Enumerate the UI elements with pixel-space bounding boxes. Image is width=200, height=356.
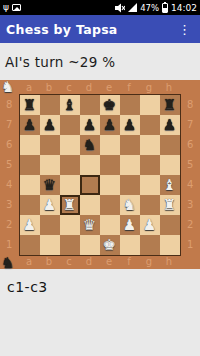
square-d7[interactable]: ♟ bbox=[80, 115, 100, 135]
square-g7[interactable] bbox=[140, 115, 160, 135]
black-pawn: ♟ bbox=[163, 118, 176, 133]
square-e6[interactable] bbox=[100, 135, 120, 155]
board: ♜♝♚♜♟♟♟♟♟♟♞♛♝♟♜♞♜♟♛♟♟♚ bbox=[19, 94, 181, 256]
square-d4[interactable] bbox=[80, 175, 100, 195]
turn-status: AI's turn ~29 % bbox=[0, 43, 200, 80]
file-label-b: b bbox=[39, 82, 59, 94]
overflow-menu-icon[interactable]: ⋮ bbox=[175, 23, 194, 36]
square-f1[interactable] bbox=[120, 235, 140, 255]
square-f7[interactable]: ♟ bbox=[120, 115, 140, 135]
square-h8[interactable]: ♜ bbox=[160, 95, 180, 115]
mute-icon bbox=[115, 3, 125, 13]
square-a4[interactable] bbox=[20, 175, 40, 195]
black-bishop: ♝ bbox=[63, 98, 76, 113]
square-e3[interactable] bbox=[100, 195, 120, 215]
square-c2[interactable] bbox=[60, 215, 80, 235]
square-c5[interactable] bbox=[60, 155, 80, 175]
rank-label-3: 3 bbox=[0, 194, 19, 214]
square-d5[interactable] bbox=[80, 155, 100, 175]
square-h7[interactable]: ♟ bbox=[160, 115, 180, 135]
square-g6[interactable] bbox=[140, 135, 160, 155]
rank-label-1: 1 bbox=[181, 234, 200, 254]
square-b6[interactable] bbox=[40, 135, 60, 155]
file-label-e: e bbox=[99, 256, 119, 268]
rank-label-1: 1 bbox=[0, 234, 19, 254]
file-label-h: h bbox=[159, 82, 179, 94]
black-pawn: ♟ bbox=[83, 118, 96, 133]
square-e8[interactable]: ♚ bbox=[100, 95, 120, 115]
square-d3[interactable] bbox=[80, 195, 100, 215]
rank-label-8: 8 bbox=[181, 94, 200, 114]
file-label-d: d bbox=[79, 82, 99, 94]
square-c3[interactable]: ♜ bbox=[60, 195, 80, 215]
signal-icon bbox=[128, 3, 137, 12]
square-h1[interactable] bbox=[160, 235, 180, 255]
battery-icon bbox=[162, 3, 168, 13]
square-f5[interactable] bbox=[120, 155, 140, 175]
square-c4[interactable] bbox=[60, 175, 80, 195]
captured-black-knight-icon: ♞ bbox=[1, 256, 14, 271]
white-queen: ♛ bbox=[83, 218, 96, 233]
rank-label-5: 5 bbox=[181, 154, 200, 174]
square-e7[interactable]: ♟ bbox=[100, 115, 120, 135]
square-c1[interactable] bbox=[60, 235, 80, 255]
square-c6[interactable] bbox=[60, 135, 80, 155]
rank-labels-left: 87654321 bbox=[0, 94, 19, 256]
white-rook: ♜ bbox=[163, 198, 176, 213]
phone-screen: ψ 47% 14:02 Chess by Tapsa ⋮ AI's turn ~… bbox=[0, 0, 200, 356]
square-h2[interactable] bbox=[160, 215, 180, 235]
square-f2[interactable]: ♟ bbox=[120, 215, 140, 235]
square-f6[interactable] bbox=[120, 135, 140, 155]
battery-percent: 47% bbox=[140, 3, 159, 13]
white-king: ♚ bbox=[103, 238, 116, 253]
rank-label-4: 4 bbox=[181, 174, 200, 194]
rank-label-4: 4 bbox=[0, 174, 19, 194]
square-c8[interactable]: ♝ bbox=[60, 95, 80, 115]
rank-label-2: 2 bbox=[0, 214, 19, 234]
square-h4[interactable]: ♝ bbox=[160, 175, 180, 195]
screenshot-icon bbox=[12, 4, 21, 11]
file-label-a: a bbox=[19, 82, 39, 94]
black-pawn: ♟ bbox=[23, 118, 36, 133]
square-h5[interactable] bbox=[160, 155, 180, 175]
square-c7[interactable] bbox=[60, 115, 80, 135]
turn-status-text: AI's turn ~29 % bbox=[5, 54, 115, 70]
file-labels-bottom: abcdefgh bbox=[19, 256, 200, 268]
captured-white-knight-icon: ♞ bbox=[1, 80, 14, 95]
file-labels-top: abcdefgh bbox=[19, 82, 200, 94]
square-g1[interactable] bbox=[140, 235, 160, 255]
black-pawn: ♟ bbox=[103, 118, 116, 133]
black-king: ♚ bbox=[103, 98, 116, 113]
square-b3[interactable]: ♟ bbox=[40, 195, 60, 215]
square-e4[interactable] bbox=[100, 175, 120, 195]
black-rook: ♜ bbox=[23, 98, 36, 113]
rank-label-8: 8 bbox=[0, 94, 19, 114]
white-pawn: ♟ bbox=[23, 218, 36, 233]
file-label-d: d bbox=[79, 256, 99, 268]
file-label-h: h bbox=[159, 256, 179, 268]
white-pawn: ♟ bbox=[143, 218, 156, 233]
square-e2[interactable] bbox=[100, 215, 120, 235]
square-h6[interactable] bbox=[160, 135, 180, 155]
square-a2[interactable]: ♟ bbox=[20, 215, 40, 235]
file-label-f: f bbox=[119, 82, 139, 94]
white-knight: ♞ bbox=[123, 198, 136, 213]
square-h3[interactable]: ♜ bbox=[160, 195, 180, 215]
square-d8[interactable] bbox=[80, 95, 100, 115]
rank-label-6: 6 bbox=[0, 134, 19, 154]
square-f4[interactable] bbox=[120, 175, 140, 195]
rank-label-3: 3 bbox=[181, 194, 200, 214]
usb-icon: ψ bbox=[3, 3, 9, 12]
square-g4[interactable] bbox=[140, 175, 160, 195]
file-label-e: e bbox=[99, 82, 119, 94]
rank-label-7: 7 bbox=[0, 114, 19, 134]
white-bishop: ♝ bbox=[163, 178, 176, 193]
square-a3[interactable] bbox=[20, 195, 40, 215]
black-queen: ♛ bbox=[43, 178, 56, 193]
file-label-f: f bbox=[119, 256, 139, 268]
square-d6[interactable]: ♞ bbox=[80, 135, 100, 155]
black-rook: ♜ bbox=[163, 98, 176, 113]
move-section: c1-c3 bbox=[0, 269, 200, 356]
square-b8[interactable] bbox=[40, 95, 60, 115]
entered-move-text: c1-c3 bbox=[7, 279, 48, 295]
square-a8[interactable]: ♜ bbox=[20, 95, 40, 115]
square-g3[interactable] bbox=[140, 195, 160, 215]
file-label-b: b bbox=[39, 256, 59, 268]
square-e5[interactable] bbox=[100, 155, 120, 175]
app-bar: Chess by Tapsa ⋮ bbox=[0, 15, 200, 43]
black-pawn: ♟ bbox=[123, 118, 136, 133]
rank-label-5: 5 bbox=[0, 154, 19, 174]
square-d1[interactable] bbox=[80, 235, 100, 255]
rank-label-6: 6 bbox=[181, 134, 200, 154]
black-knight: ♞ bbox=[83, 138, 96, 153]
square-b5[interactable] bbox=[40, 155, 60, 175]
square-a6[interactable] bbox=[20, 135, 40, 155]
square-f8[interactable] bbox=[120, 95, 140, 115]
black-pawn: ♟ bbox=[43, 118, 56, 133]
square-b1[interactable] bbox=[40, 235, 60, 255]
square-b4[interactable]: ♛ bbox=[40, 175, 60, 195]
square-a1[interactable] bbox=[20, 235, 40, 255]
square-f3[interactable]: ♞ bbox=[120, 195, 140, 215]
file-label-c: c bbox=[59, 256, 79, 268]
rank-labels-right: 87654321 bbox=[181, 94, 200, 256]
file-label-g: g bbox=[139, 82, 159, 94]
file-label-c: c bbox=[59, 82, 79, 94]
white-rook: ♜ bbox=[63, 198, 76, 213]
square-g5[interactable] bbox=[140, 155, 160, 175]
board-panel: ♞ ♞ abcdefgh 87654321 ♜♝♚♜♟♟♟♟♟♟♞♛♝♟♜♞♜♟… bbox=[0, 80, 200, 269]
rank-label-7: 7 bbox=[181, 114, 200, 134]
status-bar: ψ 47% 14:02 bbox=[0, 0, 200, 15]
clock: 14:02 bbox=[171, 3, 197, 13]
square-g2[interactable]: ♟ bbox=[140, 215, 160, 235]
white-pawn: ♟ bbox=[123, 218, 136, 233]
square-g8[interactable] bbox=[140, 95, 160, 115]
square-e1[interactable]: ♚ bbox=[100, 235, 120, 255]
square-b2[interactable] bbox=[40, 215, 60, 235]
square-a5[interactable] bbox=[20, 155, 40, 175]
rank-label-2: 2 bbox=[181, 214, 200, 234]
file-label-g: g bbox=[139, 256, 159, 268]
white-pawn: ♟ bbox=[43, 198, 56, 213]
square-a7[interactable]: ♟ bbox=[20, 115, 40, 135]
file-label-a: a bbox=[19, 256, 39, 268]
app-title: Chess by Tapsa bbox=[6, 22, 118, 37]
square-b7[interactable]: ♟ bbox=[40, 115, 60, 135]
square-d2[interactable]: ♛ bbox=[80, 215, 100, 235]
